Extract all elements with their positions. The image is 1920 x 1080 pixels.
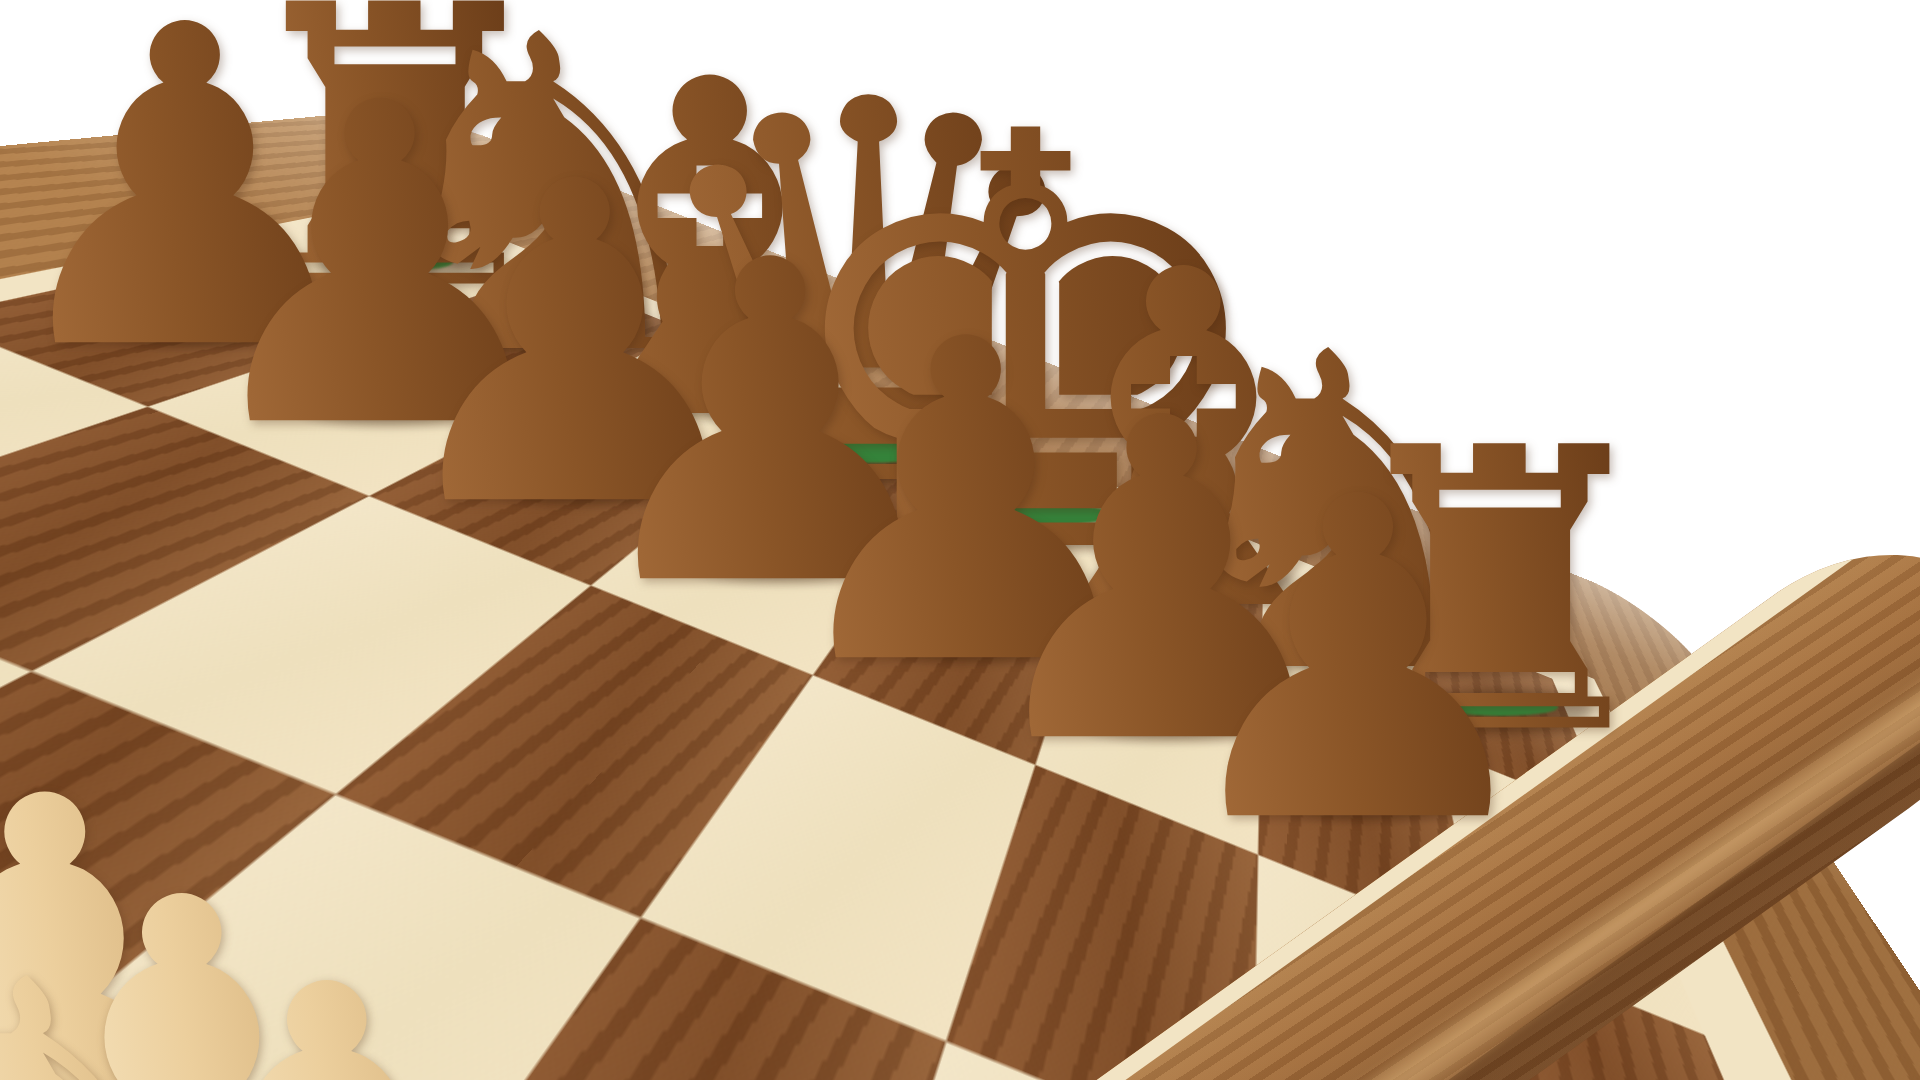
- white-pawn-c2[interactable]: ♟: [77, 922, 577, 1080]
- black-pawn-g7[interactable]: ♟: [1137, 441, 1580, 884]
- chess-set-photo: ♜♞♝♛♚♝♞♜♟♟♟♟♟♟♟♟♞♟♟: [0, 0, 1920, 1080]
